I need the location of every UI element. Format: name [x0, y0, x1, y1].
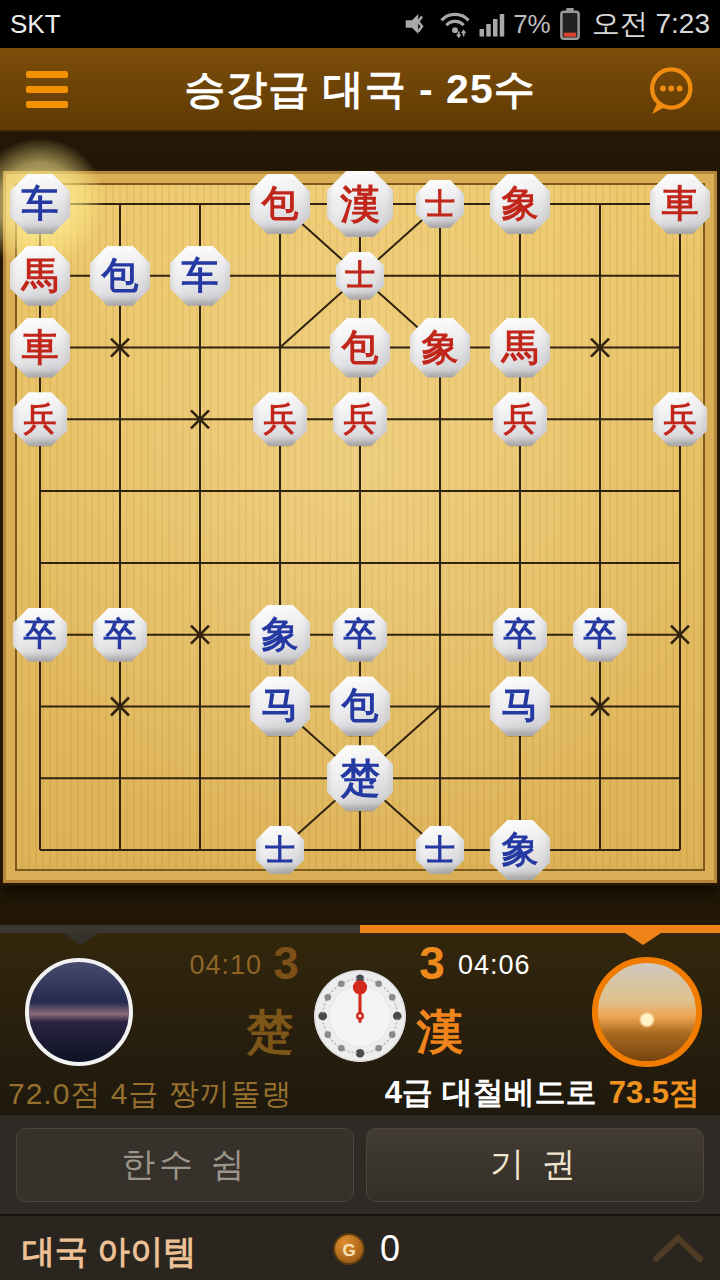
piece-red-elephant[interactable]: 象: [490, 174, 550, 234]
piece-blue-soldier[interactable]: 卒: [93, 608, 147, 662]
item-bar-label: 대국 아이템: [22, 1230, 196, 1275]
piece-blue-horse[interactable]: 马: [490, 676, 550, 736]
piece-blue-soldier[interactable]: 卒: [493, 608, 547, 662]
piece-blue-guard[interactable]: 士: [416, 826, 464, 874]
right-player-info: 4급 대철베드로73.5점: [385, 1072, 700, 1114]
action-row: 한수 쉼 기 권: [0, 1115, 720, 1214]
game-clock: [308, 964, 412, 1068]
piece-red-king[interactable]: 漢: [327, 171, 393, 237]
signal-icon: [478, 9, 506, 39]
gold-coin-icon: G: [333, 1233, 365, 1265]
piece-blue-elephant[interactable]: 象: [490, 820, 550, 880]
piece-red-guard[interactable]: 士: [416, 180, 464, 228]
pass-button[interactable]: 한수 쉼: [16, 1128, 354, 1202]
piece-red-chariot[interactable]: 車: [10, 318, 70, 378]
turn-time-bar: [0, 925, 720, 933]
page-title: 승강급 대국 - 25수: [0, 48, 720, 130]
piece-blue-chariot[interactable]: 车: [170, 246, 230, 306]
header: 승강급 대국 - 25수: [0, 48, 720, 132]
piece-red-elephant[interactable]: 象: [410, 318, 470, 378]
janggi-board[interactable]: 车包漢士象車馬包车士車包象馬兵兵兵兵兵卒卒象卒卒卒马包马楚士士象: [0, 168, 720, 886]
piece-red-cannon[interactable]: 包: [250, 174, 310, 234]
battery-icon: [558, 8, 582, 40]
cho-side-glyph: 楚: [243, 1006, 297, 1058]
left-player-info: 72.0점 4급 짱끼뚤랭: [8, 1074, 293, 1115]
piece-blue-soldier[interactable]: 卒: [13, 608, 67, 662]
piece-red-cannon[interactable]: 包: [330, 318, 390, 378]
piece-blue-horse[interactable]: 马: [250, 676, 310, 736]
right-player-avatar[interactable]: [592, 957, 702, 1067]
right-player-score: 73.5점: [609, 1075, 700, 1110]
piece-blue-king[interactable]: 楚: [327, 745, 393, 811]
piece-blue-soldier[interactable]: 卒: [333, 608, 387, 662]
mute-icon: [402, 9, 432, 39]
item-bar[interactable]: 대국 아이템 G 0: [0, 1214, 720, 1280]
piece-red-horse[interactable]: 馬: [490, 318, 550, 378]
piece-red-soldier[interactable]: 兵: [493, 392, 547, 446]
piece-red-soldier[interactable]: 兵: [333, 392, 387, 446]
piece-red-soldier[interactable]: 兵: [653, 392, 707, 446]
battery-percent: 7%: [513, 9, 551, 40]
piece-blue-soldier[interactable]: 卒: [573, 608, 627, 662]
resign-button[interactable]: 기 권: [366, 1128, 704, 1202]
status-bar: SKT 7% 오전 7:23: [0, 0, 720, 48]
piece-red-horse[interactable]: 馬: [10, 246, 70, 306]
carrier-label: SKT: [10, 9, 61, 40]
left-player-time: 04:10: [140, 950, 262, 981]
piece-blue-elephant[interactable]: 象: [250, 605, 310, 665]
piece-blue-guard[interactable]: 士: [256, 826, 304, 874]
board-pieces: 车包漢士象車馬包车士車包象馬兵兵兵兵兵卒卒象卒卒卒马包马楚士士象: [0, 168, 720, 886]
piece-blue-chariot[interactable]: 车: [10, 174, 70, 234]
gold-count: 0: [380, 1228, 400, 1270]
chevron-up-icon[interactable]: [652, 1234, 704, 1266]
right-player-time: 04:06: [458, 950, 588, 981]
piece-red-guard[interactable]: 士: [336, 252, 384, 300]
time-bar-left: [0, 925, 360, 933]
wifi-icon: [439, 9, 471, 39]
app-screen: SKT 7% 오전 7:23 승강급 대국 - 25수 车包漢: [0, 0, 720, 1280]
status-time: 오전 7:23: [592, 5, 710, 43]
right-player-name: 4급 대철베드로: [385, 1075, 597, 1110]
han-side-glyph: 漢: [413, 1006, 467, 1058]
piece-blue-cannon[interactable]: 包: [330, 676, 390, 736]
piece-red-chariot[interactable]: 車: [650, 174, 710, 234]
chat-button[interactable]: [642, 63, 698, 119]
right-player-notch: [625, 933, 661, 945]
right-player-count: 3: [412, 936, 452, 990]
left-player-avatar[interactable]: [25, 958, 133, 1066]
piece-red-soldier[interactable]: 兵: [253, 392, 307, 446]
piece-blue-cannon[interactable]: 包: [90, 246, 150, 306]
time-bar-right: [360, 925, 720, 933]
piece-red-soldier[interactable]: 兵: [13, 392, 67, 446]
status-icons: 7% 오전 7:23: [402, 5, 710, 43]
left-player-count: 3: [266, 936, 306, 990]
left-player-notch: [63, 933, 99, 945]
